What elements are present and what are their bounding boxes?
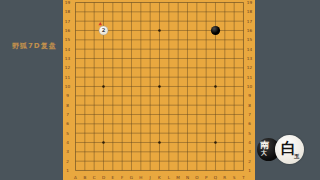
video-frame: 野狐7D复盘 191918181717161615151414131312121…	[0, 0, 320, 180]
column-label: M	[176, 175, 180, 180]
board-background	[63, 0, 255, 180]
column-label: C	[93, 175, 96, 180]
column-label: H	[139, 175, 142, 180]
row-label-right: 9	[248, 93, 251, 98]
row-label-left: 2	[66, 159, 69, 164]
row-label-left: 7	[66, 112, 69, 117]
star-point	[214, 85, 217, 88]
row-label-right: 8	[248, 103, 251, 108]
logo-white-stone: 白 玉	[275, 135, 304, 164]
row-label-right: 10	[247, 84, 253, 89]
row-label-left: 9	[66, 93, 69, 98]
row-label-left: 6	[66, 121, 69, 126]
column-label: D	[102, 175, 105, 180]
column-label: E	[112, 175, 115, 180]
row-label-left: 14	[65, 47, 71, 52]
row-label-left: 17	[65, 19, 71, 24]
row-label-right: 1	[248, 168, 251, 173]
row-label-right: 12	[247, 65, 253, 70]
row-label-left: 1	[66, 168, 69, 173]
column-label: S	[233, 175, 236, 180]
channel-logo: 南 大 白 玉	[255, 132, 309, 166]
row-label-right: 6	[248, 121, 251, 126]
row-label-left: 10	[65, 84, 71, 89]
row-label-left: 4	[66, 140, 69, 145]
star-point	[102, 141, 105, 144]
column-label: G	[130, 175, 133, 180]
column-label: B	[83, 175, 86, 180]
row-label-right: 11	[247, 75, 253, 80]
row-label-left: 15	[65, 37, 71, 42]
move-number-label: 2	[102, 27, 106, 33]
column-label: A	[74, 175, 77, 180]
row-label-right: 15	[247, 37, 253, 42]
row-label-right: 2	[248, 159, 251, 164]
row-label-left: 8	[66, 103, 69, 108]
row-label-left: 5	[66, 131, 69, 136]
row-label-right: 18	[247, 9, 253, 14]
star-point	[158, 85, 161, 88]
row-label-right: 16	[247, 28, 253, 33]
row-label-left: 12	[65, 65, 71, 70]
row-label-right: 13	[247, 56, 253, 61]
logo-white-char-small: 玉	[294, 153, 300, 160]
column-label: K	[158, 175, 161, 180]
row-label-right: 14	[247, 47, 253, 52]
column-label: J	[149, 175, 151, 180]
row-label-right: 19	[247, 0, 253, 5]
row-label-right: 4	[248, 140, 251, 145]
go-board: 1919181817171616151514141313121211111010…	[63, 0, 255, 180]
row-label-left: 16	[65, 28, 71, 33]
star-point	[158, 29, 161, 32]
star-point	[214, 141, 217, 144]
row-label-right: 5	[248, 131, 251, 136]
row-label-right: 7	[248, 112, 251, 117]
column-label: T	[241, 175, 245, 180]
row-label-right: 3	[248, 149, 251, 154]
row-label-left: 3	[66, 149, 69, 154]
black-stone	[211, 26, 220, 35]
column-label: N	[186, 175, 189, 180]
star-point	[102, 85, 105, 88]
row-label-left: 13	[65, 56, 71, 61]
row-label-left: 18	[65, 9, 71, 14]
go-board-svg: 1919181817171616151514141313121211111010…	[63, 0, 255, 180]
review-caption: 野狐7D复盘	[12, 41, 57, 51]
row-label-left: 19	[65, 0, 71, 5]
row-label-left: 11	[65, 75, 71, 80]
column-label: R	[223, 175, 226, 180]
row-label-right: 17	[247, 19, 253, 24]
logo-black-char2: 大	[261, 149, 267, 158]
star-point	[158, 141, 161, 144]
